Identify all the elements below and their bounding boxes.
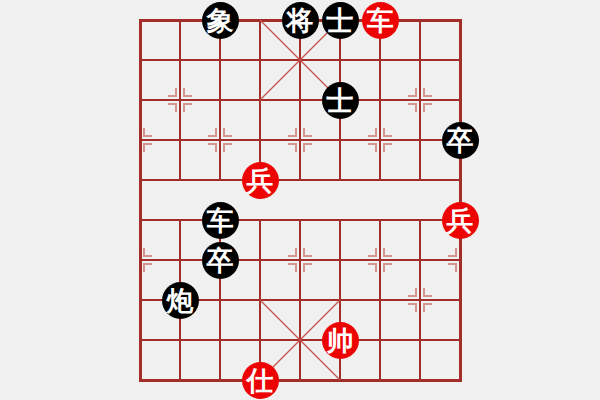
- piece-red-general[interactable]: 帅: [322, 322, 359, 359]
- piece-red-chariot[interactable]: 车: [362, 2, 399, 39]
- piece-black-elephant[interactable]: 象: [202, 2, 239, 39]
- piece-black-soldier[interactable]: 卒: [202, 242, 239, 279]
- piece-black-advisor[interactable]: 士: [322, 2, 359, 39]
- piece-red-soldier[interactable]: 兵: [442, 202, 479, 239]
- pieces-layer: 象将士车士卒兵车兵卒炮帅仕: [0, 0, 600, 400]
- piece-black-general[interactable]: 将: [282, 2, 319, 39]
- piece-black-cannon[interactable]: 炮: [162, 282, 199, 319]
- piece-red-advisor[interactable]: 仕: [242, 362, 279, 399]
- xiangqi-app-screen: 象将士车士卒兵车兵卒炮帅仕: [0, 0, 600, 400]
- piece-black-soldier[interactable]: 卒: [442, 122, 479, 159]
- piece-red-soldier[interactable]: 兵: [242, 162, 279, 199]
- piece-black-chariot[interactable]: 车: [202, 202, 239, 239]
- piece-black-advisor[interactable]: 士: [322, 82, 359, 119]
